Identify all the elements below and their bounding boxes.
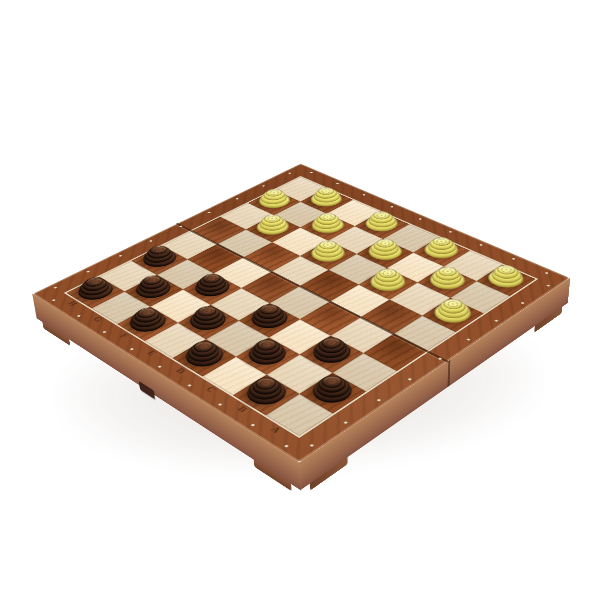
checker-dark-f1[interactable] xyxy=(123,309,173,337)
nail-dot xyxy=(235,198,239,200)
nail-dot xyxy=(149,240,153,242)
product-photo-scene: HGFEDCBA xyxy=(0,0,600,600)
nail-dot xyxy=(87,270,91,272)
nail-dot xyxy=(310,172,314,174)
nail-dot xyxy=(448,231,452,233)
checker-dark-b3[interactable] xyxy=(305,339,357,369)
nail-dot xyxy=(521,302,525,304)
nail-dot xyxy=(479,244,483,246)
board-foot xyxy=(310,457,348,491)
nail-dot xyxy=(362,194,366,196)
nail-dot xyxy=(208,211,212,213)
checker-dark-e2[interactable] xyxy=(183,308,233,336)
nail-dot xyxy=(118,255,122,257)
nail-dot xyxy=(511,258,515,260)
nail-dot xyxy=(344,421,349,424)
checker-dark-d3[interactable] xyxy=(244,306,294,334)
nail-dot xyxy=(335,183,339,185)
nail-dot xyxy=(288,172,292,174)
nail-dot xyxy=(545,272,549,274)
nail-dot xyxy=(390,206,394,208)
nail-dot xyxy=(262,185,266,187)
nail-dot xyxy=(309,444,314,447)
seam-notch xyxy=(447,359,450,387)
board-tilt-wrapper: HGFEDCBA xyxy=(102,88,498,484)
board-foot xyxy=(254,460,292,492)
nail-dot xyxy=(53,286,57,288)
checker-dark-d1[interactable] xyxy=(178,342,230,373)
nail-dot xyxy=(408,378,413,381)
checker-dark-b1[interactable] xyxy=(239,378,293,411)
board-foot xyxy=(534,307,562,333)
checker-yellow-a8[interactable] xyxy=(482,267,530,293)
nail-dot xyxy=(418,218,422,220)
checker-dark-c2[interactable] xyxy=(242,340,294,371)
clasp-tab xyxy=(139,381,155,399)
nail-dot xyxy=(494,319,498,322)
nail-dot xyxy=(376,399,381,402)
nail-dot xyxy=(546,284,550,286)
checker-dark-h1[interactable] xyxy=(72,279,120,305)
checker-yellow-a6[interactable] xyxy=(428,301,478,329)
nail-dot xyxy=(467,338,472,341)
checker-dark-a2[interactable] xyxy=(305,376,360,409)
